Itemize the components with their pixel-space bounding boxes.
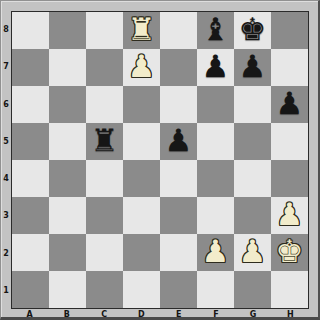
square-b3[interactable] [49,197,86,234]
square-a4[interactable] [12,160,49,197]
square-b2[interactable] [49,234,86,271]
piece-black-rook[interactable]: ♜ [91,123,119,159]
square-h2[interactable]: ♚ [271,234,308,271]
square-b4[interactable] [49,160,86,197]
square-g6[interactable] [234,86,271,123]
piece-white-pawn[interactable]: ♟ [239,234,267,270]
square-g7[interactable]: ♟ [234,49,271,86]
square-e4[interactable] [160,160,197,197]
square-a7[interactable] [12,49,49,86]
square-a1[interactable] [12,271,49,308]
file-label-g: G [235,309,272,319]
square-c2[interactable] [86,234,123,271]
piece-black-pawn[interactable]: ♟ [202,49,230,85]
piece-white-pawn[interactable]: ♟ [202,234,230,270]
square-g1[interactable] [234,271,271,308]
square-a8[interactable] [12,12,49,49]
board-frame: 87654321 ♜♝♚♟♟♟♟♜♟♟♟♟♚ ABCDEFGH [0,0,320,320]
rank-label-8: 8 [1,11,11,48]
file-label-f: F [197,309,234,319]
piece-black-king[interactable]: ♚ [239,12,267,48]
square-b7[interactable] [49,49,86,86]
square-f8[interactable]: ♝ [197,12,234,49]
square-h4[interactable] [271,160,308,197]
square-g3[interactable] [234,197,271,234]
rank-label-7: 7 [1,48,11,85]
file-label-d: D [123,309,160,319]
square-e1[interactable] [160,271,197,308]
square-h7[interactable] [271,49,308,86]
square-c8[interactable] [86,12,123,49]
square-c1[interactable] [86,271,123,308]
square-b8[interactable] [49,12,86,49]
file-labels: ABCDEFGH [11,309,309,319]
square-d8[interactable]: ♜ [123,12,160,49]
square-f5[interactable] [197,123,234,160]
square-h5[interactable] [271,123,308,160]
square-g5[interactable] [234,123,271,160]
square-e2[interactable] [160,234,197,271]
piece-black-bishop[interactable]: ♝ [202,12,230,48]
square-b1[interactable] [49,271,86,308]
square-e5[interactable]: ♟ [160,123,197,160]
piece-black-pawn[interactable]: ♟ [276,86,304,122]
square-e7[interactable] [160,49,197,86]
piece-white-pawn[interactable]: ♟ [128,49,156,85]
rank-label-3: 3 [1,197,11,234]
square-d2[interactable] [123,234,160,271]
square-f6[interactable] [197,86,234,123]
square-b6[interactable] [49,86,86,123]
file-label-b: B [48,309,85,319]
rank-labels: 87654321 [1,11,11,309]
piece-white-pawn[interactable]: ♟ [276,197,304,233]
square-f2[interactable]: ♟ [197,234,234,271]
file-label-c: C [86,309,123,319]
square-f7[interactable]: ♟ [197,49,234,86]
square-a6[interactable] [12,86,49,123]
square-e8[interactable] [160,12,197,49]
rank-label-2: 2 [1,235,11,272]
piece-white-rook[interactable]: ♜ [128,12,156,48]
square-g4[interactable] [234,160,271,197]
square-c3[interactable] [86,197,123,234]
rank-label-1: 1 [1,272,11,309]
file-label-h: H [272,309,309,319]
square-h6[interactable]: ♟ [271,86,308,123]
file-label-a: A [11,309,48,319]
square-g8[interactable]: ♚ [234,12,271,49]
square-c7[interactable] [86,49,123,86]
square-d5[interactable] [123,123,160,160]
rank-label-4: 4 [1,160,11,197]
piece-white-king[interactable]: ♚ [276,234,304,270]
square-d1[interactable] [123,271,160,308]
square-f4[interactable] [197,160,234,197]
square-g2[interactable]: ♟ [234,234,271,271]
rank-label-6: 6 [1,86,11,123]
square-h1[interactable] [271,271,308,308]
chess-board: ♜♝♚♟♟♟♟♜♟♟♟♟♚ [11,11,309,309]
square-h3[interactable]: ♟ [271,197,308,234]
square-d4[interactable] [123,160,160,197]
square-f1[interactable] [197,271,234,308]
square-a2[interactable] [12,234,49,271]
square-h8[interactable] [271,12,308,49]
square-f3[interactable] [197,197,234,234]
square-d6[interactable] [123,86,160,123]
piece-black-pawn[interactable]: ♟ [239,49,267,85]
square-c4[interactable] [86,160,123,197]
square-e6[interactable] [160,86,197,123]
square-d7[interactable]: ♟ [123,49,160,86]
square-d3[interactable] [123,197,160,234]
square-a5[interactable] [12,123,49,160]
square-b5[interactable] [49,123,86,160]
square-c6[interactable] [86,86,123,123]
rank-label-5: 5 [1,123,11,160]
square-e3[interactable] [160,197,197,234]
square-a3[interactable] [12,197,49,234]
file-label-e: E [160,309,197,319]
piece-black-pawn[interactable]: ♟ [165,123,193,159]
square-c5[interactable]: ♜ [86,123,123,160]
